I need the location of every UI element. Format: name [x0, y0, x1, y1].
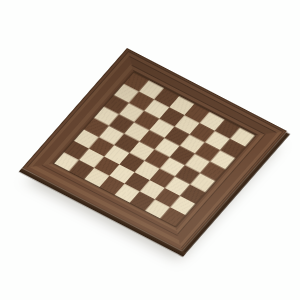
chessboard [22, 48, 287, 251]
product-photo [0, 0, 300, 300]
